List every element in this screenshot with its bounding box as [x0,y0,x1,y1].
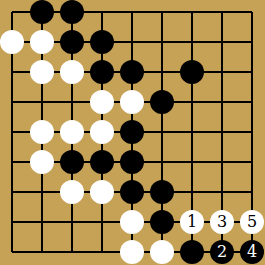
white-stone [30,150,54,174]
point-J8[interactable] [237,27,265,57]
point-F4[interactable] [147,147,177,177]
point-E9[interactable] [117,0,147,27]
point-B2[interactable] [27,207,57,237]
point-H2[interactable]: 3 [207,207,237,237]
point-E8[interactable] [117,27,147,57]
point-F5[interactable] [147,117,177,147]
white-stone [150,240,174,264]
white-stone [30,60,54,84]
white-stone [30,120,54,144]
black-stone [180,60,204,84]
point-B8[interactable] [27,27,57,57]
point-C8[interactable] [57,27,87,57]
black-stone-move-2: 2 [210,240,234,264]
point-G6[interactable] [177,87,207,117]
white-stone [0,30,24,54]
white-stone [90,180,114,204]
black-stone [60,150,84,174]
point-B3[interactable] [27,177,57,207]
white-stone [120,210,144,234]
point-H4[interactable] [207,147,237,177]
white-stone-move-3: 3 [210,210,234,234]
white-stone [120,240,144,264]
point-A4[interactable] [0,147,27,177]
black-stone [60,30,84,54]
point-G7[interactable] [177,57,207,87]
point-J4[interactable] [237,147,265,177]
point-F7[interactable] [147,57,177,87]
point-E3[interactable] [117,177,147,207]
white-stone-move-5: 5 [240,210,264,234]
point-E4[interactable] [117,147,147,177]
point-B7[interactable] [27,57,57,87]
board-grid: 13524 [0,0,265,265]
black-stone [150,90,174,114]
point-B9[interactable] [27,0,57,27]
point-D2[interactable] [87,207,117,237]
point-D3[interactable] [87,177,117,207]
point-J6[interactable] [237,87,265,117]
point-C4[interactable] [57,147,87,177]
point-G2[interactable]: 1 [177,207,207,237]
point-J3[interactable] [237,177,265,207]
point-C1[interactable] [57,237,87,265]
point-E5[interactable] [117,117,147,147]
point-H5[interactable] [207,117,237,147]
point-G9[interactable] [177,0,207,27]
point-A6[interactable] [0,87,27,117]
black-stone [90,60,114,84]
point-D1[interactable] [87,237,117,265]
point-A3[interactable] [0,177,27,207]
point-C3[interactable] [57,177,87,207]
point-F6[interactable] [147,87,177,117]
point-A8[interactable] [0,27,27,57]
point-H3[interactable] [207,177,237,207]
point-G1[interactable] [177,237,207,265]
point-E6[interactable] [117,87,147,117]
point-D9[interactable] [87,0,117,27]
point-G3[interactable] [177,177,207,207]
point-J7[interactable] [237,57,265,87]
black-stone [120,60,144,84]
point-F3[interactable] [147,177,177,207]
point-C6[interactable] [57,87,87,117]
point-H6[interactable] [207,87,237,117]
point-F2[interactable] [147,207,177,237]
point-D8[interactable] [87,27,117,57]
white-stone [60,180,84,204]
white-stone [60,120,84,144]
point-D4[interactable] [87,147,117,177]
point-A7[interactable] [0,57,27,87]
point-H1[interactable]: 2 [207,237,237,265]
white-stone-move-1: 1 [180,210,204,234]
point-F9[interactable] [147,0,177,27]
black-stone [30,0,54,24]
point-G5[interactable] [177,117,207,147]
black-stone [120,180,144,204]
point-J5[interactable] [237,117,265,147]
point-H7[interactable] [207,57,237,87]
point-J2[interactable]: 5 [237,207,265,237]
point-F8[interactable] [147,27,177,57]
point-E7[interactable] [117,57,147,87]
point-G8[interactable] [177,27,207,57]
point-A9[interactable] [0,0,27,27]
point-C9[interactable] [57,0,87,27]
point-J9[interactable] [237,0,265,27]
point-E1[interactable] [117,237,147,265]
point-D5[interactable] [87,117,117,147]
point-B1[interactable] [27,237,57,265]
point-B6[interactable] [27,87,57,117]
black-stone-move-4: 4 [240,240,264,264]
point-C2[interactable] [57,207,87,237]
point-D7[interactable] [87,57,117,87]
point-J1[interactable]: 4 [237,237,265,265]
black-stone [60,0,84,24]
point-A5[interactable] [0,117,27,147]
point-G4[interactable] [177,147,207,177]
black-stone [180,240,204,264]
point-C7[interactable] [57,57,87,87]
white-stone [30,30,54,54]
white-stone [90,90,114,114]
black-stone [150,180,174,204]
go-board-diagram: 13524 [0,0,265,265]
white-stone [120,90,144,114]
point-H8[interactable] [207,27,237,57]
black-stone [120,150,144,174]
black-stone [150,210,174,234]
point-B5[interactable] [27,117,57,147]
black-stone [90,30,114,54]
point-B4[interactable] [27,147,57,177]
point-A2[interactable] [0,207,27,237]
point-A1[interactable] [0,237,27,265]
point-C5[interactable] [57,117,87,147]
point-D6[interactable] [87,87,117,117]
white-stone [90,120,114,144]
white-stone [60,60,84,84]
black-stone [90,150,114,174]
point-H9[interactable] [207,0,237,27]
point-F1[interactable] [147,237,177,265]
point-E2[interactable] [117,207,147,237]
black-stone [120,120,144,144]
